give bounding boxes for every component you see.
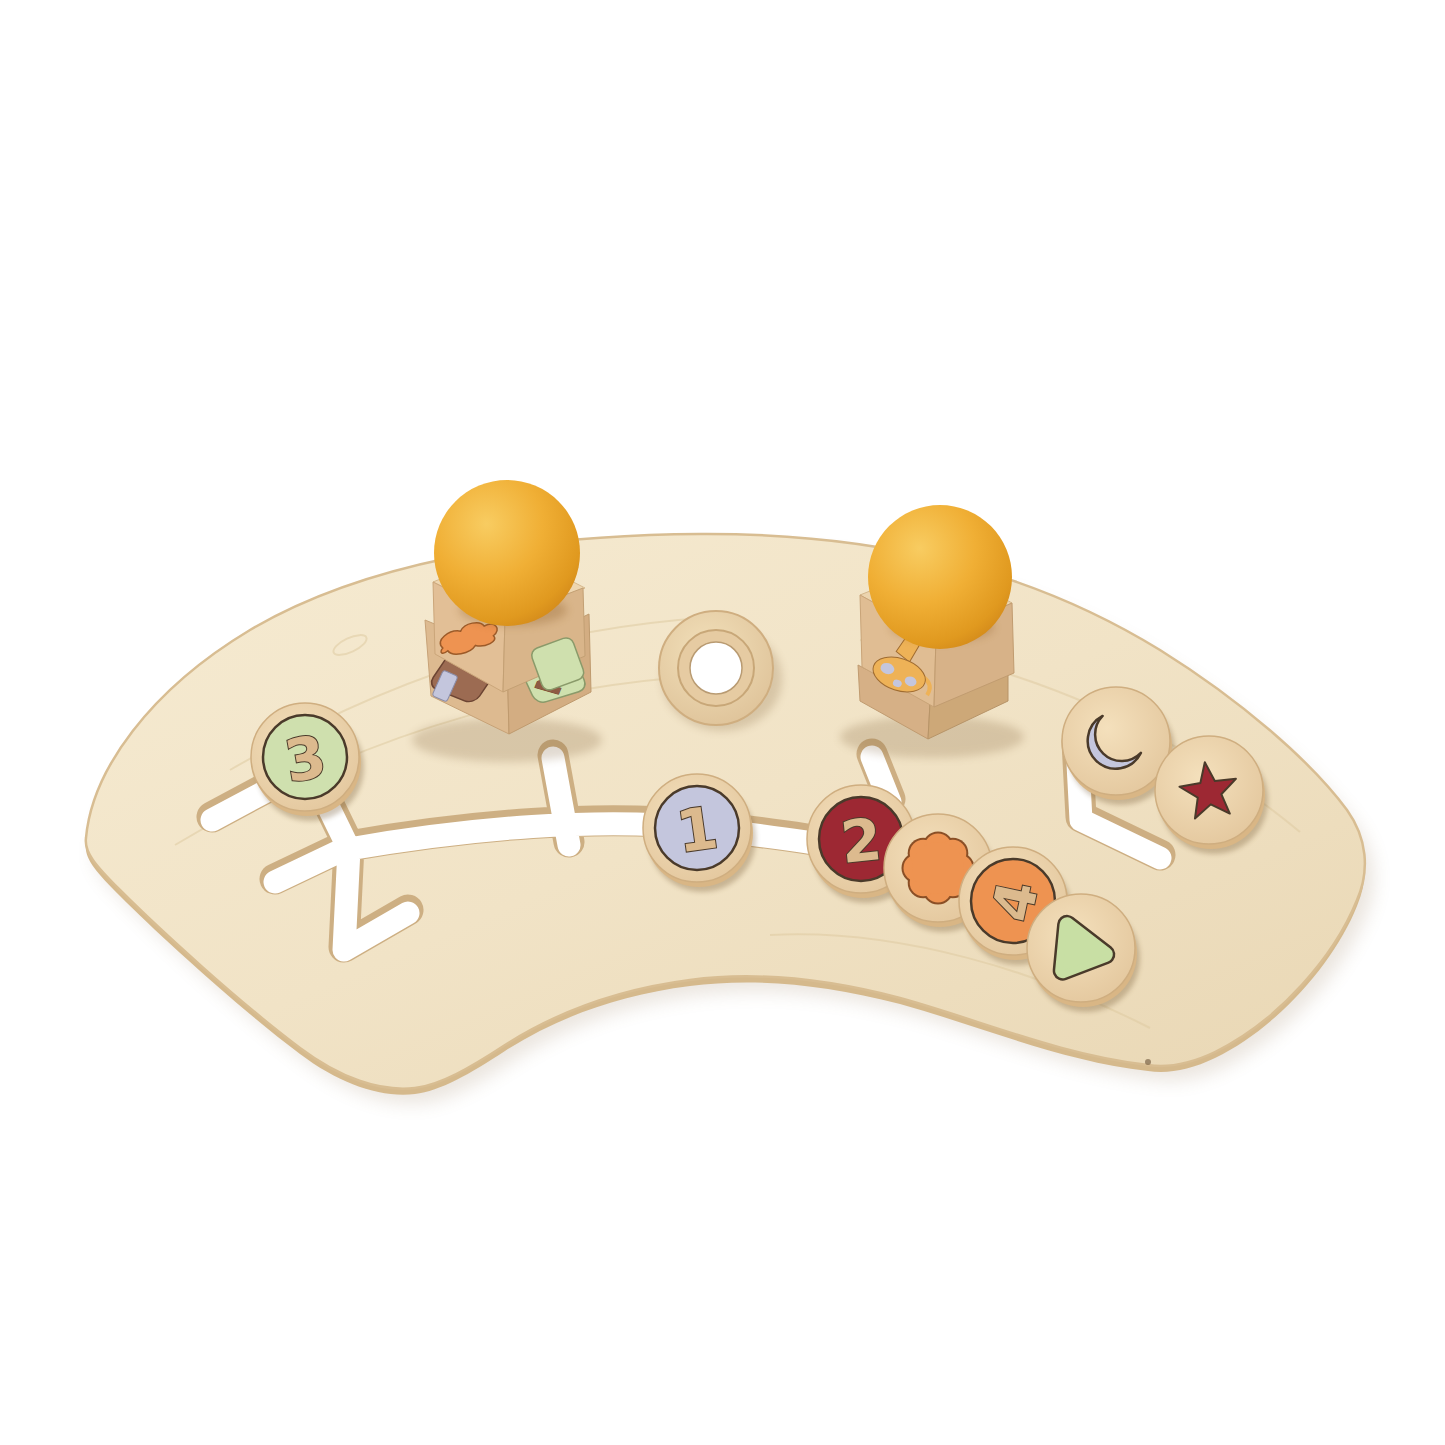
yellow-ball-left[interactable] [434, 480, 580, 626]
wood-knot-speck [1145, 1059, 1151, 1065]
disc-face [1062, 687, 1170, 795]
ring-hole [690, 642, 742, 694]
photo-stage: 2 [0, 0, 1445, 1445]
toy-scene: 2 [0, 0, 1445, 1445]
flower-center [912, 842, 964, 894]
yellow-ball-right[interactable] [868, 505, 1012, 649]
disc-number: 2 [838, 805, 885, 877]
